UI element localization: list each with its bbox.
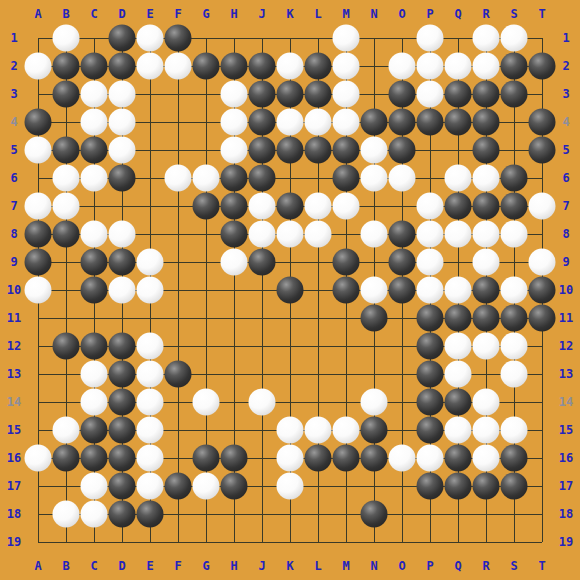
white-stone-B6[interactable]	[53, 165, 80, 192]
white-stone-Q12[interactable]	[445, 333, 472, 360]
black-stone-P4[interactable]	[417, 109, 444, 136]
row-label-left-19: 19	[7, 536, 21, 548]
black-stone-J2[interactable]	[249, 53, 276, 80]
row-label-left-14: 14	[7, 396, 21, 408]
black-stone-A8[interactable]	[25, 221, 52, 248]
col-label-top-H: H	[230, 8, 237, 20]
white-stone-G6[interactable]	[193, 165, 220, 192]
white-stone-N5[interactable]	[361, 137, 388, 164]
white-stone-M3[interactable]	[333, 81, 360, 108]
row-label-left-1: 1	[10, 32, 17, 44]
black-stone-S11[interactable]	[501, 305, 528, 332]
row-label-right-7: 7	[562, 200, 569, 212]
black-stone-L3[interactable]	[305, 81, 332, 108]
black-stone-A9[interactable]	[25, 249, 52, 276]
col-label-bottom-R: R	[482, 560, 489, 572]
black-stone-N4[interactable]	[361, 109, 388, 136]
row-label-left-16: 16	[7, 452, 21, 464]
row-label-right-5: 5	[562, 144, 569, 156]
black-stone-N11[interactable]	[361, 305, 388, 332]
row-label-right-17: 17	[559, 480, 573, 492]
black-stone-S7[interactable]	[501, 193, 528, 220]
white-stone-M4[interactable]	[333, 109, 360, 136]
row-label-right-19: 19	[559, 536, 573, 548]
row-label-right-6: 6	[562, 172, 569, 184]
white-stone-E12[interactable]	[137, 333, 164, 360]
black-stone-J9[interactable]	[249, 249, 276, 276]
row-label-left-11: 11	[7, 312, 21, 324]
col-label-bottom-L: L	[314, 560, 321, 572]
row-label-left-18: 18	[7, 508, 21, 520]
black-stone-M10[interactable]	[333, 277, 360, 304]
row-label-left-4: 4	[10, 116, 17, 128]
col-label-top-T: T	[538, 8, 545, 20]
black-stone-Q17[interactable]	[445, 473, 472, 500]
black-stone-O5[interactable]	[389, 137, 416, 164]
black-stone-O3[interactable]	[389, 81, 416, 108]
white-stone-K15[interactable]	[277, 417, 304, 444]
row-label-right-3: 3	[562, 88, 569, 100]
white-stone-N6[interactable]	[361, 165, 388, 192]
black-stone-R7[interactable]	[473, 193, 500, 220]
white-stone-A2[interactable]	[25, 53, 52, 80]
white-stone-Q8[interactable]	[445, 221, 472, 248]
black-stone-R5[interactable]	[473, 137, 500, 164]
black-stone-D1[interactable]	[109, 25, 136, 52]
col-label-bottom-K: K	[286, 560, 293, 572]
white-stone-R2[interactable]	[473, 53, 500, 80]
black-stone-O4[interactable]	[389, 109, 416, 136]
row-label-right-4: 4	[562, 116, 569, 128]
black-stone-B12[interactable]	[53, 333, 80, 360]
col-label-top-E: E	[146, 8, 153, 20]
black-stone-H17[interactable]	[221, 473, 248, 500]
row-label-left-8: 8	[10, 228, 17, 240]
white-stone-P16[interactable]	[417, 445, 444, 472]
white-stone-Q15[interactable]	[445, 417, 472, 444]
white-stone-L4[interactable]	[305, 109, 332, 136]
black-stone-M6[interactable]	[333, 165, 360, 192]
black-stone-A4[interactable]	[25, 109, 52, 136]
black-stone-K10[interactable]	[277, 277, 304, 304]
black-stone-H8[interactable]	[221, 221, 248, 248]
row-label-left-7: 7	[10, 200, 17, 212]
white-stone-O6[interactable]	[389, 165, 416, 192]
black-stone-L5[interactable]	[305, 137, 332, 164]
black-stone-T4[interactable]	[529, 109, 556, 136]
white-stone-E1[interactable]	[137, 25, 164, 52]
black-stone-F17[interactable]	[165, 473, 192, 500]
white-stone-L15[interactable]	[305, 417, 332, 444]
white-stone-E9[interactable]	[137, 249, 164, 276]
black-stone-C15[interactable]	[81, 417, 108, 444]
black-stone-M9[interactable]	[333, 249, 360, 276]
col-label-bottom-S: S	[510, 560, 517, 572]
black-stone-R3[interactable]	[473, 81, 500, 108]
black-stone-H6[interactable]	[221, 165, 248, 192]
col-label-bottom-Q: Q	[454, 560, 461, 572]
row-label-right-11: 11	[559, 312, 573, 324]
black-stone-M16[interactable]	[333, 445, 360, 472]
white-stone-A5[interactable]	[25, 137, 52, 164]
row-label-left-2: 2	[10, 60, 17, 72]
black-stone-B16[interactable]	[53, 445, 80, 472]
white-stone-F6[interactable]	[165, 165, 192, 192]
white-stone-P8[interactable]	[417, 221, 444, 248]
black-stone-K7[interactable]	[277, 193, 304, 220]
row-label-right-10: 10	[559, 284, 573, 296]
col-label-bottom-G: G	[202, 560, 209, 572]
white-stone-C13[interactable]	[81, 361, 108, 388]
col-label-bottom-J: J	[258, 560, 265, 572]
black-stone-H16[interactable]	[221, 445, 248, 472]
white-stone-D10[interactable]	[109, 277, 136, 304]
col-label-bottom-C: C	[90, 560, 97, 572]
black-stone-Q4[interactable]	[445, 109, 472, 136]
col-label-top-M: M	[342, 8, 349, 20]
col-label-top-D: D	[118, 8, 125, 20]
black-stone-J4[interactable]	[249, 109, 276, 136]
black-stone-P12[interactable]	[417, 333, 444, 360]
black-stone-G7[interactable]	[193, 193, 220, 220]
white-stone-O16[interactable]	[389, 445, 416, 472]
white-stone-C3[interactable]	[81, 81, 108, 108]
white-stone-Q6[interactable]	[445, 165, 472, 192]
black-stone-D6[interactable]	[109, 165, 136, 192]
col-label-bottom-P: P	[426, 560, 433, 572]
white-stone-E2[interactable]	[137, 53, 164, 80]
white-stone-Q10[interactable]	[445, 277, 472, 304]
go-board: AABBCCDDEEFFGGHHJJKKLLMMNNOOPPQQRRSSTT11…	[0, 0, 580, 580]
white-stone-M1[interactable]	[333, 25, 360, 52]
col-label-top-F: F	[174, 8, 181, 20]
black-stone-D12[interactable]	[109, 333, 136, 360]
white-stone-H4[interactable]	[221, 109, 248, 136]
black-stone-O9[interactable]	[389, 249, 416, 276]
white-stone-E16[interactable]	[137, 445, 164, 472]
black-stone-J3[interactable]	[249, 81, 276, 108]
col-label-top-G: G	[202, 8, 209, 20]
black-stone-O10[interactable]	[389, 277, 416, 304]
black-stone-B3[interactable]	[53, 81, 80, 108]
row-label-right-15: 15	[559, 424, 573, 436]
black-stone-B2[interactable]	[53, 53, 80, 80]
black-stone-K5[interactable]	[277, 137, 304, 164]
black-stone-D13[interactable]	[109, 361, 136, 388]
white-stone-H5[interactable]	[221, 137, 248, 164]
black-stone-D15[interactable]	[109, 417, 136, 444]
row-label-left-6: 6	[10, 172, 17, 184]
col-label-top-Q: Q	[454, 8, 461, 20]
white-stone-N10[interactable]	[361, 277, 388, 304]
white-stone-R12[interactable]	[473, 333, 500, 360]
row-label-right-16: 16	[559, 452, 573, 464]
white-stone-S13[interactable]	[501, 361, 528, 388]
white-stone-P1[interactable]	[417, 25, 444, 52]
white-stone-B1[interactable]	[53, 25, 80, 52]
white-stone-P2[interactable]	[417, 53, 444, 80]
white-stone-R6[interactable]	[473, 165, 500, 192]
black-stone-C9[interactable]	[81, 249, 108, 276]
white-stone-J14[interactable]	[249, 389, 276, 416]
row-label-right-9: 9	[562, 256, 569, 268]
black-stone-D17[interactable]	[109, 473, 136, 500]
black-stone-C2[interactable]	[81, 53, 108, 80]
white-stone-R9[interactable]	[473, 249, 500, 276]
white-stone-J8[interactable]	[249, 221, 276, 248]
black-stone-D2[interactable]	[109, 53, 136, 80]
white-stone-P3[interactable]	[417, 81, 444, 108]
black-stone-F1[interactable]	[165, 25, 192, 52]
white-stone-K16[interactable]	[277, 445, 304, 472]
white-stone-K8[interactable]	[277, 221, 304, 248]
black-stone-N16[interactable]	[361, 445, 388, 472]
black-stone-R11[interactable]	[473, 305, 500, 332]
white-stone-C18[interactable]	[81, 501, 108, 528]
row-label-right-14: 14	[559, 396, 573, 408]
black-stone-G2[interactable]	[193, 53, 220, 80]
white-stone-B7[interactable]	[53, 193, 80, 220]
black-stone-N15[interactable]	[361, 417, 388, 444]
black-stone-D9[interactable]	[109, 249, 136, 276]
white-stone-A7[interactable]	[25, 193, 52, 220]
black-stone-T11[interactable]	[529, 305, 556, 332]
black-stone-C10[interactable]	[81, 277, 108, 304]
white-stone-K4[interactable]	[277, 109, 304, 136]
black-stone-T2[interactable]	[529, 53, 556, 80]
col-label-top-C: C	[90, 8, 97, 20]
col-label-top-L: L	[314, 8, 321, 20]
white-stone-R16[interactable]	[473, 445, 500, 472]
white-stone-R15[interactable]	[473, 417, 500, 444]
col-label-top-B: B	[62, 8, 69, 20]
row-label-left-5: 5	[10, 144, 17, 156]
col-label-bottom-F: F	[174, 560, 181, 572]
row-label-right-13: 13	[559, 368, 573, 380]
col-label-top-S: S	[510, 8, 517, 20]
row-label-right-12: 12	[559, 340, 573, 352]
white-stone-T7[interactable]	[529, 193, 556, 220]
black-stone-S6[interactable]	[501, 165, 528, 192]
col-label-bottom-M: M	[342, 560, 349, 572]
col-label-bottom-B: B	[62, 560, 69, 572]
black-stone-D14[interactable]	[109, 389, 136, 416]
col-label-bottom-O: O	[398, 560, 405, 572]
col-label-bottom-T: T	[538, 560, 545, 572]
col-label-top-O: O	[398, 8, 405, 20]
black-stone-S2[interactable]	[501, 53, 528, 80]
white-stone-G14[interactable]	[193, 389, 220, 416]
white-stone-S15[interactable]	[501, 417, 528, 444]
white-stone-S1[interactable]	[501, 25, 528, 52]
white-stone-S12[interactable]	[501, 333, 528, 360]
black-stone-T5[interactable]	[529, 137, 556, 164]
col-label-bottom-A: A	[34, 560, 41, 572]
black-stone-B8[interactable]	[53, 221, 80, 248]
black-stone-S17[interactable]	[501, 473, 528, 500]
black-stone-S16[interactable]	[501, 445, 528, 472]
row-label-right-2: 2	[562, 60, 569, 72]
black-stone-C16[interactable]	[81, 445, 108, 472]
col-label-top-A: A	[34, 8, 41, 20]
col-label-top-N: N	[370, 8, 377, 20]
black-stone-P15[interactable]	[417, 417, 444, 444]
white-stone-H9[interactable]	[221, 249, 248, 276]
white-stone-Q13[interactable]	[445, 361, 472, 388]
col-label-top-R: R	[482, 8, 489, 20]
col-label-top-P: P	[426, 8, 433, 20]
black-stone-Q16[interactable]	[445, 445, 472, 472]
row-label-left-15: 15	[7, 424, 21, 436]
row-label-left-10: 10	[7, 284, 21, 296]
row-label-left-9: 9	[10, 256, 17, 268]
white-stone-E10[interactable]	[137, 277, 164, 304]
white-stone-P7[interactable]	[417, 193, 444, 220]
white-stone-S8[interactable]	[501, 221, 528, 248]
white-stone-F2[interactable]	[165, 53, 192, 80]
white-stone-G17[interactable]	[193, 473, 220, 500]
black-stone-G16[interactable]	[193, 445, 220, 472]
col-label-bottom-E: E	[146, 560, 153, 572]
black-stone-O8[interactable]	[389, 221, 416, 248]
black-stone-N18[interactable]	[361, 501, 388, 528]
white-stone-R1[interactable]	[473, 25, 500, 52]
col-label-bottom-H: H	[230, 560, 237, 572]
white-stone-D8[interactable]	[109, 221, 136, 248]
black-stone-R4[interactable]	[473, 109, 500, 136]
row-label-right-1: 1	[562, 32, 569, 44]
black-stone-T10[interactable]	[529, 277, 556, 304]
black-stone-R10[interactable]	[473, 277, 500, 304]
black-stone-P13[interactable]	[417, 361, 444, 388]
white-stone-A16[interactable]	[25, 445, 52, 472]
black-stone-K3[interactable]	[277, 81, 304, 108]
white-stone-N8[interactable]	[361, 221, 388, 248]
black-stone-H7[interactable]	[221, 193, 248, 220]
white-stone-A10[interactable]	[25, 277, 52, 304]
black-stone-Q3[interactable]	[445, 81, 472, 108]
black-stone-L16[interactable]	[305, 445, 332, 472]
col-label-top-J: J	[258, 8, 265, 20]
black-stone-D18[interactable]	[109, 501, 136, 528]
white-stone-L8[interactable]	[305, 221, 332, 248]
black-stone-B5[interactable]	[53, 137, 80, 164]
black-stone-E18[interactable]	[137, 501, 164, 528]
black-stone-S3[interactable]	[501, 81, 528, 108]
black-stone-R17[interactable]	[473, 473, 500, 500]
black-stone-J5[interactable]	[249, 137, 276, 164]
row-label-right-8: 8	[562, 228, 569, 240]
white-stone-N14[interactable]	[361, 389, 388, 416]
white-stone-E14[interactable]	[137, 389, 164, 416]
row-label-left-17: 17	[7, 480, 21, 492]
white-stone-P9[interactable]	[417, 249, 444, 276]
black-stone-P14[interactable]	[417, 389, 444, 416]
white-stone-K17[interactable]	[277, 473, 304, 500]
black-stone-L2[interactable]	[305, 53, 332, 80]
black-stone-C12[interactable]	[81, 333, 108, 360]
black-stone-H2[interactable]	[221, 53, 248, 80]
black-stone-Q7[interactable]	[445, 193, 472, 220]
row-label-left-12: 12	[7, 340, 21, 352]
white-stone-R14[interactable]	[473, 389, 500, 416]
white-stone-H3[interactable]	[221, 81, 248, 108]
white-stone-C4[interactable]	[81, 109, 108, 136]
white-stone-P10[interactable]	[417, 277, 444, 304]
white-stone-O2[interactable]	[389, 53, 416, 80]
white-stone-E13[interactable]	[137, 361, 164, 388]
white-stone-S10[interactable]	[501, 277, 528, 304]
white-stone-B18[interactable]	[53, 501, 80, 528]
black-stone-D16[interactable]	[109, 445, 136, 472]
white-stone-D4[interactable]	[109, 109, 136, 136]
col-label-bottom-D: D	[118, 560, 125, 572]
black-stone-Q14[interactable]	[445, 389, 472, 416]
black-stone-M5[interactable]	[333, 137, 360, 164]
white-stone-D5[interactable]	[109, 137, 136, 164]
white-stone-T9[interactable]	[529, 249, 556, 276]
white-stone-M2[interactable]	[333, 53, 360, 80]
white-stone-R8[interactable]	[473, 221, 500, 248]
white-stone-E17[interactable]	[137, 473, 164, 500]
row-label-left-3: 3	[10, 88, 17, 100]
white-stone-D3[interactable]	[109, 81, 136, 108]
white-stone-C14[interactable]	[81, 389, 108, 416]
white-stone-B15[interactable]	[53, 417, 80, 444]
col-label-top-K: K	[286, 8, 293, 20]
black-stone-Q11[interactable]	[445, 305, 472, 332]
black-stone-F13[interactable]	[165, 361, 192, 388]
black-stone-P17[interactable]	[417, 473, 444, 500]
white-stone-L7[interactable]	[305, 193, 332, 220]
black-stone-C5[interactable]	[81, 137, 108, 164]
white-stone-K2[interactable]	[277, 53, 304, 80]
row-label-right-18: 18	[559, 508, 573, 520]
white-stone-M7[interactable]	[333, 193, 360, 220]
row-label-left-13: 13	[7, 368, 21, 380]
white-stone-C17[interactable]	[81, 473, 108, 500]
white-stone-E15[interactable]	[137, 417, 164, 444]
col-label-bottom-N: N	[370, 560, 377, 572]
white-stone-Q2[interactable]	[445, 53, 472, 80]
black-stone-P11[interactable]	[417, 305, 444, 332]
white-stone-C8[interactable]	[81, 221, 108, 248]
white-stone-C6[interactable]	[81, 165, 108, 192]
white-stone-J7[interactable]	[249, 193, 276, 220]
black-stone-J6[interactable]	[249, 165, 276, 192]
white-stone-M15[interactable]	[333, 417, 360, 444]
